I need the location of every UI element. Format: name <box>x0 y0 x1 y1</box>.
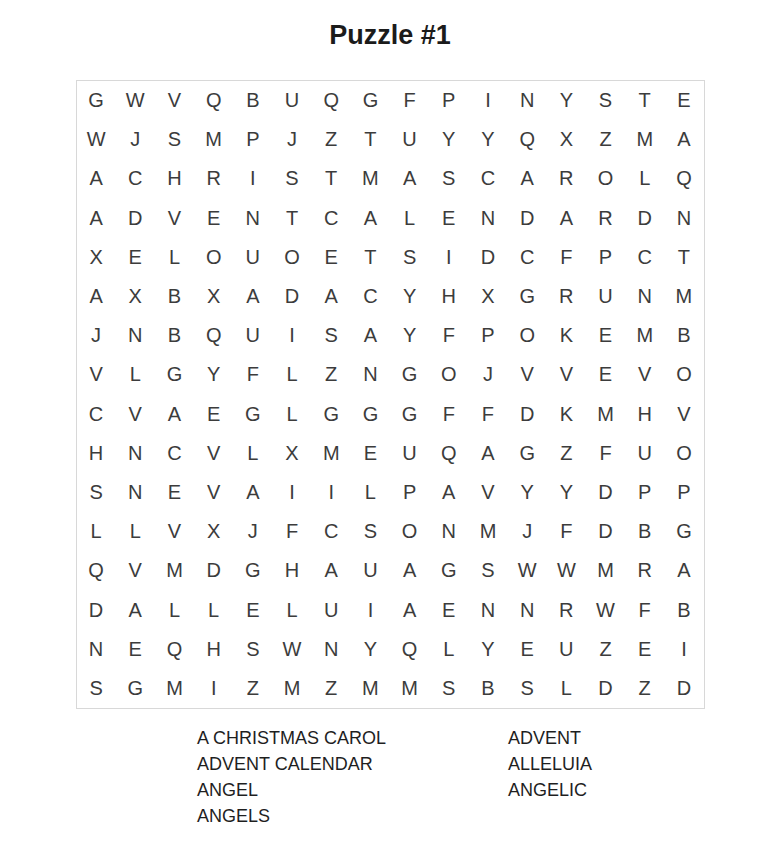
grid-cell-r5c10[interactable]: I <box>429 238 468 277</box>
grid-cell-r9c13[interactable]: K <box>547 395 586 434</box>
grid-cell-r4c7[interactable]: C <box>312 199 351 238</box>
grid-cell-r15c10[interactable]: L <box>429 630 468 669</box>
grid-cell-r2c3[interactable]: S <box>155 120 194 159</box>
grid-cell-r4c3[interactable]: V <box>155 199 194 238</box>
grid-cell-r3c9[interactable]: A <box>390 159 429 198</box>
grid-cell-r15c12[interactable]: E <box>508 630 547 669</box>
grid-cell-r12c10[interactable]: N <box>429 512 468 551</box>
grid-cell-r8c12[interactable]: V <box>508 355 547 394</box>
grid-cell-r10c3[interactable]: C <box>155 434 194 473</box>
grid-cell-r7c5[interactable]: U <box>233 316 272 355</box>
grid-cell-r11c2[interactable]: N <box>116 473 155 512</box>
grid-cell-r5c7[interactable]: E <box>312 238 351 277</box>
grid-cell-r10c14[interactable]: F <box>586 434 625 473</box>
grid-cell-r3c4[interactable]: R <box>194 159 233 198</box>
grid-cell-r8c9[interactable]: G <box>390 355 429 394</box>
grid-cell-r11c8[interactable]: L <box>351 473 390 512</box>
grid-cell-r12c5[interactable]: J <box>233 512 272 551</box>
grid-cell-r9c8[interactable]: G <box>351 395 390 434</box>
grid-cell-r9c11[interactable]: F <box>468 395 507 434</box>
grid-cell-r14c3[interactable]: L <box>155 590 194 629</box>
grid-cell-r5c12[interactable]: C <box>508 238 547 277</box>
grid-cell-r9c7[interactable]: G <box>312 395 351 434</box>
grid-cell-r10c5[interactable]: L <box>233 434 272 473</box>
word-item: ANGELS <box>197 803 508 829</box>
grid-cell-r4c8[interactable]: A <box>351 199 390 238</box>
grid-cell-r10c13[interactable]: Z <box>547 434 586 473</box>
grid-cell-r8c3[interactable]: G <box>155 355 194 394</box>
grid-cell-r4c4[interactable]: E <box>194 199 233 238</box>
grid-cell-r13c13[interactable]: W <box>547 551 586 590</box>
grid-cell-r12c7[interactable]: C <box>312 512 351 551</box>
grid-cell-r10c15[interactable]: U <box>625 434 664 473</box>
grid-cell-r4c14[interactable]: R <box>586 199 625 238</box>
word-item: A CHRISTMAS CAROL <box>197 725 508 751</box>
grid-cell-r7c13[interactable]: K <box>547 316 586 355</box>
grid-cell-r2c11[interactable]: Y <box>468 120 507 159</box>
grid-cell-r16c10[interactable]: S <box>429 669 468 708</box>
grid-cell-r10c6[interactable]: X <box>272 434 311 473</box>
grid-cell-r12c16[interactable]: G <box>664 512 703 551</box>
grid-cell-r13c9[interactable]: A <box>390 551 429 590</box>
grid-cell-r16c8[interactable]: M <box>351 669 390 708</box>
word-list-left-column: A CHRISTMAS CAROLADVENT CALENDARANGELANG… <box>197 725 508 829</box>
grid-cell-r1c8[interactable]: G <box>351 81 390 120</box>
grid-cell-r2c5[interactable]: P <box>233 120 272 159</box>
grid-cell-r15c8[interactable]: Y <box>351 630 390 669</box>
grid-cell-r11c14[interactable]: D <box>586 473 625 512</box>
grid-cell-r6c3[interactable]: B <box>155 277 194 316</box>
word-list-right-column: ADVENTALLELUIAANGELIC <box>508 725 708 829</box>
grid-cell-r5c8[interactable]: T <box>351 238 390 277</box>
grid-cell-r7c4[interactable]: Q <box>194 316 233 355</box>
grid-cell-r16c14[interactable]: D <box>586 669 625 708</box>
word-list: A CHRISTMAS CAROLADVENT CALENDARANGELANG… <box>0 725 780 829</box>
grid-cell-r14c4[interactable]: L <box>194 590 233 629</box>
grid-cell-r4c5[interactable]: N <box>233 199 272 238</box>
grid-cell-r16c6[interactable]: M <box>272 669 311 708</box>
grid-cell-r9c10[interactable]: F <box>429 395 468 434</box>
grid-cell-r14c14[interactable]: W <box>586 590 625 629</box>
grid-cell-r12c9[interactable]: O <box>390 512 429 551</box>
puzzle-title: Puzzle #1 <box>0 22 780 49</box>
grid-cell-r6c1[interactable]: A <box>77 277 116 316</box>
grid-cell-r6c8[interactable]: C <box>351 277 390 316</box>
grid-cell-r14c5[interactable]: E <box>233 590 272 629</box>
grid-cell-r16c1[interactable]: S <box>77 669 116 708</box>
grid-cell-r3c12[interactable]: A <box>508 159 547 198</box>
grid-cell-r12c12[interactable]: J <box>508 512 547 551</box>
grid-cell-r1c5[interactable]: B <box>233 81 272 120</box>
grid-cell-r14c1[interactable]: D <box>77 590 116 629</box>
grid-cell-r10c2[interactable]: N <box>116 434 155 473</box>
grid-cell-r6c12[interactable]: G <box>508 277 547 316</box>
grid-cell-r11c16[interactable]: P <box>664 473 703 512</box>
grid-cell-r11c9[interactable]: P <box>390 473 429 512</box>
grid-cell-r12c11[interactable]: M <box>468 512 507 551</box>
grid-cell-r16c3[interactable]: M <box>155 669 194 708</box>
grid-cell-r1c10[interactable]: P <box>429 81 468 120</box>
grid-cell-r3c3[interactable]: H <box>155 159 194 198</box>
grid-cell-r16c11[interactable]: B <box>468 669 507 708</box>
grid-cell-r1c4[interactable]: Q <box>194 81 233 120</box>
grid-cell-r2c14[interactable]: Z <box>586 120 625 159</box>
grid-cell-r10c4[interactable]: V <box>194 434 233 473</box>
grid-cell-r16c16[interactable]: D <box>664 669 703 708</box>
grid-cell-r16c12[interactable]: S <box>508 669 547 708</box>
grid-cell-r3c15[interactable]: L <box>625 159 664 198</box>
grid-cell-r13c3[interactable]: M <box>155 551 194 590</box>
grid-cell-r11c10[interactable]: A <box>429 473 468 512</box>
grid-cell-r2c12[interactable]: Q <box>508 120 547 159</box>
grid-cell-r7c14[interactable]: E <box>586 316 625 355</box>
grid-cell-r15c11[interactable]: Y <box>468 630 507 669</box>
grid-cell-r3c2[interactable]: C <box>116 159 155 198</box>
grid-cell-r13c7[interactable]: A <box>312 551 351 590</box>
grid-cell-r7c6[interactable]: I <box>272 316 311 355</box>
grid-cell-r11c13[interactable]: Y <box>547 473 586 512</box>
grid-cell-r1c2[interactable]: W <box>116 81 155 120</box>
grid-cell-r15c13[interactable]: U <box>547 630 586 669</box>
grid-cell-r13c14[interactable]: M <box>586 551 625 590</box>
grid-cell-r3c11[interactable]: C <box>468 159 507 198</box>
grid-cell-r12c1[interactable]: L <box>77 512 116 551</box>
grid-cell-r2c4[interactable]: M <box>194 120 233 159</box>
grid-cell-r14c15[interactable]: F <box>625 590 664 629</box>
grid-cell-r14c2[interactable]: A <box>116 590 155 629</box>
grid-cell-r11c11[interactable]: V <box>468 473 507 512</box>
grid-cell-r4c16[interactable]: N <box>664 199 703 238</box>
grid-cell-r16c13[interactable]: L <box>547 669 586 708</box>
grid-cell-r15c9[interactable]: Q <box>390 630 429 669</box>
grid-cell-r9c15[interactable]: H <box>625 395 664 434</box>
grid-cell-r16c15[interactable]: Z <box>625 669 664 708</box>
grid-cell-r7c8[interactable]: A <box>351 316 390 355</box>
grid-cell-r3c14[interactable]: O <box>586 159 625 198</box>
grid-cell-r7c12[interactable]: O <box>508 316 547 355</box>
grid-cell-r1c15[interactable]: T <box>625 81 664 120</box>
grid-cell-r14c10[interactable]: E <box>429 590 468 629</box>
grid-cell-r15c3[interactable]: Q <box>155 630 194 669</box>
grid-cell-r7c10[interactable]: F <box>429 316 468 355</box>
grid-cell-r13c11[interactable]: S <box>468 551 507 590</box>
grid-cell-r5c3[interactable]: L <box>155 238 194 277</box>
grid-cell-r7c16[interactable]: B <box>664 316 703 355</box>
grid-cell-r15c15[interactable]: E <box>625 630 664 669</box>
grid-cell-r12c15[interactable]: B <box>625 512 664 551</box>
grid-cell-r4c12[interactable]: D <box>508 199 547 238</box>
word-item: ALLELUIA <box>508 751 708 777</box>
grid-cell-r8c15[interactable]: V <box>625 355 664 394</box>
grid-cell-r15c16[interactable]: I <box>664 630 703 669</box>
grid-cell-r6c16[interactable]: M <box>664 277 703 316</box>
grid-cell-r5c4[interactable]: O <box>194 238 233 277</box>
grid-cell-r16c2[interactable]: G <box>116 669 155 708</box>
grid-cell-r8c14[interactable]: E <box>586 355 625 394</box>
grid-cell-r10c7[interactable]: M <box>312 434 351 473</box>
grid-cell-r3c5[interactable]: I <box>233 159 272 198</box>
grid-cell-r14c7[interactable]: U <box>312 590 351 629</box>
grid-cell-r8c7[interactable]: Z <box>312 355 351 394</box>
grid-cell-r14c11[interactable]: N <box>468 590 507 629</box>
grid-cell-r7c15[interactable]: M <box>625 316 664 355</box>
grid-cell-r13c2[interactable]: V <box>116 551 155 590</box>
grid-cell-r8c11[interactable]: J <box>468 355 507 394</box>
grid-cell-r2c16[interactable]: A <box>664 120 703 159</box>
grid-cell-r9c14[interactable]: M <box>586 395 625 434</box>
grid-cell-r10c1[interactable]: H <box>77 434 116 473</box>
grid-cell-r8c2[interactable]: L <box>116 355 155 394</box>
grid-cell-r2c10[interactable]: Y <box>429 120 468 159</box>
grid-cell-r13c5[interactable]: G <box>233 551 272 590</box>
grid-cell-r5c1[interactable]: X <box>77 238 116 277</box>
grid-cell-r7c11[interactable]: P <box>468 316 507 355</box>
grid-cell-r12c13[interactable]: F <box>547 512 586 551</box>
grid-cell-r6c14[interactable]: U <box>586 277 625 316</box>
word-item: ADVENT CALENDAR <box>197 751 508 777</box>
grid-cell-r4c1[interactable]: A <box>77 199 116 238</box>
grid-cell-r15c1[interactable]: N <box>77 630 116 669</box>
grid-cell-r15c2[interactable]: E <box>116 630 155 669</box>
grid-cell-r6c5[interactable]: A <box>233 277 272 316</box>
grid-cell-r15c5[interactable]: S <box>233 630 272 669</box>
grid-cell-r5c16[interactable]: T <box>664 238 703 277</box>
grid-cell-r9c6[interactable]: L <box>272 395 311 434</box>
grid-cell-r3c1[interactable]: A <box>77 159 116 198</box>
grid-cell-r4c9[interactable]: L <box>390 199 429 238</box>
grid-cell-r14c13[interactable]: R <box>547 590 586 629</box>
grid-cell-r5c13[interactable]: F <box>547 238 586 277</box>
grid-cell-r9c1[interactable]: C <box>77 395 116 434</box>
grid-cell-r10c12[interactable]: G <box>508 434 547 473</box>
grid-cell-r5c9[interactable]: S <box>390 238 429 277</box>
grid-cell-r6c4[interactable]: X <box>194 277 233 316</box>
grid-cell-r2c7[interactable]: Z <box>312 120 351 159</box>
grid-cell-r5c15[interactable]: C <box>625 238 664 277</box>
grid-cell-r6c9[interactable]: Y <box>390 277 429 316</box>
grid-cell-r10c10[interactable]: Q <box>429 434 468 473</box>
grid-cell-r9c12[interactable]: D <box>508 395 547 434</box>
grid-cell-r12c4[interactable]: X <box>194 512 233 551</box>
word-item: ANGELIC <box>508 777 708 803</box>
grid-cell-r6c13[interactable]: R <box>547 277 586 316</box>
grid-cell-r14c9[interactable]: A <box>390 590 429 629</box>
grid-cell-r13c4[interactable]: D <box>194 551 233 590</box>
grid-cell-r16c5[interactable]: Z <box>233 669 272 708</box>
grid-cell-r13c16[interactable]: A <box>664 551 703 590</box>
grid-cell-r8c8[interactable]: N <box>351 355 390 394</box>
grid-cell-r4c2[interactable]: D <box>116 199 155 238</box>
grid-cell-r11c15[interactable]: P <box>625 473 664 512</box>
word-item: ADVENT <box>508 725 708 751</box>
grid-cell-r6c2[interactable]: X <box>116 277 155 316</box>
grid-cell-r6c11[interactable]: X <box>468 277 507 316</box>
grid-cell-r10c11[interactable]: A <box>468 434 507 473</box>
grid-cell-r6c7[interactable]: A <box>312 277 351 316</box>
grid-cell-r3c7[interactable]: T <box>312 159 351 198</box>
grid-cell-r13c12[interactable]: W <box>508 551 547 590</box>
grid-cell-r2c15[interactable]: M <box>625 120 664 159</box>
grid-cell-r6c10[interactable]: H <box>429 277 468 316</box>
grid-cell-r11c12[interactable]: Y <box>508 473 547 512</box>
grid-cell-r13c10[interactable]: G <box>429 551 468 590</box>
grid-cell-r2c2[interactable]: J <box>116 120 155 159</box>
grid-cell-r15c4[interactable]: H <box>194 630 233 669</box>
grid-cell-r1c12[interactable]: N <box>508 81 547 120</box>
grid-cell-r8c6[interactable]: L <box>272 355 311 394</box>
grid-cell-r5c11[interactable]: D <box>468 238 507 277</box>
grid-cell-r3c6[interactable]: S <box>272 159 311 198</box>
grid-cell-r11c4[interactable]: V <box>194 473 233 512</box>
grid-cell-r7c7[interactable]: S <box>312 316 351 355</box>
grid-cell-r7c1[interactable]: J <box>77 316 116 355</box>
grid-cell-r14c6[interactable]: L <box>272 590 311 629</box>
grid-cell-r16c9[interactable]: M <box>390 669 429 708</box>
grid-cell-r9c3[interactable]: A <box>155 395 194 434</box>
grid-cell-r7c3[interactable]: B <box>155 316 194 355</box>
grid-cell-r10c9[interactable]: U <box>390 434 429 473</box>
grid-cell-r2c8[interactable]: T <box>351 120 390 159</box>
grid-cell-r8c13[interactable]: V <box>547 355 586 394</box>
grid-cell-r1c3[interactable]: V <box>155 81 194 120</box>
word-search-grid: GWVQBUQGFPINYSTEWJSMPJZTUYYQXZMAACHRISTM… <box>76 80 705 709</box>
grid-cell-r9c16[interactable]: V <box>664 395 703 434</box>
grid-cell-r7c9[interactable]: Y <box>390 316 429 355</box>
grid-cell-r4c6[interactable]: T <box>272 199 311 238</box>
grid-cell-r2c6[interactable]: J <box>272 120 311 159</box>
grid-cell-r11c5[interactable]: A <box>233 473 272 512</box>
grid-cell-r1c13[interactable]: Y <box>547 81 586 120</box>
grid-cell-r14c8[interactable]: I <box>351 590 390 629</box>
grid-cell-r12c6[interactable]: F <box>272 512 311 551</box>
grid-cell-r1c6[interactable]: U <box>272 81 311 120</box>
grid-cell-r8c4[interactable]: Y <box>194 355 233 394</box>
grid-cell-r4c15[interactable]: D <box>625 199 664 238</box>
grid-cell-r16c7[interactable]: Z <box>312 669 351 708</box>
grid-cell-r8c5[interactable]: F <box>233 355 272 394</box>
grid-cell-r9c2[interactable]: V <box>116 395 155 434</box>
page: Puzzle #1 GWVQBUQGFPINYSTEWJSMPJZTUYYQXZ… <box>0 22 780 829</box>
grid-cell-r9c5[interactable]: G <box>233 395 272 434</box>
grid-cell-r2c1[interactable]: W <box>77 120 116 159</box>
grid-cell-r8c16[interactable]: O <box>664 355 703 394</box>
grid-cell-r4c13[interactable]: A <box>547 199 586 238</box>
grid-cell-r8c1[interactable]: V <box>77 355 116 394</box>
grid-cell-r16c4[interactable]: I <box>194 669 233 708</box>
grid-cell-r1c11[interactable]: I <box>468 81 507 120</box>
grid-cell-r4c11[interactable]: N <box>468 199 507 238</box>
grid-cell-r6c6[interactable]: D <box>272 277 311 316</box>
grid-cell-r13c8[interactable]: U <box>351 551 390 590</box>
grid-cell-r11c7[interactable]: I <box>312 473 351 512</box>
grid-cell-r3c8[interactable]: M <box>351 159 390 198</box>
grid-cell-r10c8[interactable]: E <box>351 434 390 473</box>
grid-cell-r5c6[interactable]: O <box>272 238 311 277</box>
grid-cell-r3c13[interactable]: R <box>547 159 586 198</box>
grid-cell-r11c3[interactable]: E <box>155 473 194 512</box>
grid-cell-r4c10[interactable]: E <box>429 199 468 238</box>
grid-cell-r1c9[interactable]: F <box>390 81 429 120</box>
grid-cell-r11c6[interactable]: I <box>272 473 311 512</box>
grid-cell-r3c16[interactable]: Q <box>664 159 703 198</box>
grid-cell-r8c10[interactable]: O <box>429 355 468 394</box>
grid-cell-r1c7[interactable]: Q <box>312 81 351 120</box>
grid-cell-r10c16[interactable]: O <box>664 434 703 473</box>
grid-cell-r13c1[interactable]: Q <box>77 551 116 590</box>
grid-cell-r1c16[interactable]: E <box>664 81 703 120</box>
grid-cell-r15c14[interactable]: Z <box>586 630 625 669</box>
grid-cell-r14c12[interactable]: N <box>508 590 547 629</box>
grid-cell-r2c13[interactable]: X <box>547 120 586 159</box>
grid-cell-r1c1[interactable]: G <box>77 81 116 120</box>
grid-cell-r2c9[interactable]: U <box>390 120 429 159</box>
grid-cell-r13c6[interactable]: H <box>272 551 311 590</box>
grid-cell-r13c15[interactable]: R <box>625 551 664 590</box>
grid-cell-r1c14[interactable]: S <box>586 81 625 120</box>
grid-cell-r5c14[interactable]: P <box>586 238 625 277</box>
grid-cell-r5c5[interactable]: U <box>233 238 272 277</box>
grid-cell-r12c2[interactable]: L <box>116 512 155 551</box>
grid-cell-r3c10[interactable]: S <box>429 159 468 198</box>
grid-cell-r15c7[interactable]: N <box>312 630 351 669</box>
grid-cell-r9c9[interactable]: G <box>390 395 429 434</box>
grid-cell-r9c4[interactable]: E <box>194 395 233 434</box>
grid-cell-r7c2[interactable]: N <box>116 316 155 355</box>
grid-cell-r6c15[interactable]: N <box>625 277 664 316</box>
grid-cell-r12c14[interactable]: D <box>586 512 625 551</box>
grid-cell-r11c1[interactable]: S <box>77 473 116 512</box>
grid-cell-r14c16[interactable]: B <box>664 590 703 629</box>
grid-cell-r12c8[interactable]: S <box>351 512 390 551</box>
grid-cell-r5c2[interactable]: E <box>116 238 155 277</box>
grid-cell-r15c6[interactable]: W <box>272 630 311 669</box>
grid-cell-r12c3[interactable]: V <box>155 512 194 551</box>
word-item: ANGEL <box>197 777 508 803</box>
